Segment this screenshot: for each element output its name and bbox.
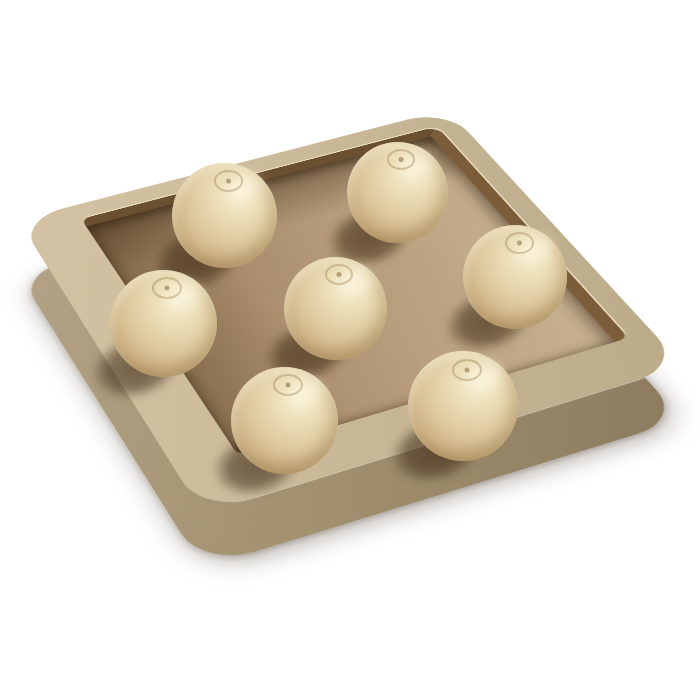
wooden-ball-r1c2[interactable] xyxy=(463,225,567,329)
wooden-ball-r0c1[interactable] xyxy=(347,142,448,243)
wooden-ball-r1c0[interactable] xyxy=(110,270,217,377)
wood-knot-mark xyxy=(387,149,415,170)
wooden-ball-r2c2[interactable] xyxy=(408,351,518,461)
wood-knot-mark xyxy=(214,170,243,192)
wood-knot-mark xyxy=(152,277,182,299)
wooden-ball-r2c1[interactable] xyxy=(231,367,338,474)
wood-knot-mark xyxy=(505,232,534,254)
wooden-ball-r1c1[interactable] xyxy=(284,257,387,360)
scene xyxy=(0,0,700,700)
wooden-ball-r0c0[interactable] xyxy=(172,163,277,268)
wood-knot-mark xyxy=(273,374,303,396)
